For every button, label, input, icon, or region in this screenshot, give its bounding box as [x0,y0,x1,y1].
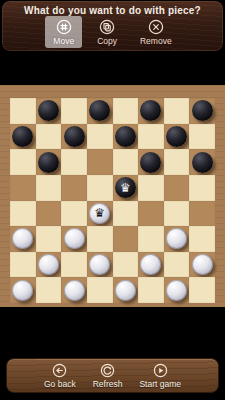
square-r5c7[interactable] [164,201,190,227]
square-r7c5[interactable] [113,252,139,278]
dialog-actions: Move Copy Remove [45,16,179,48]
square-r6c7[interactable] [164,226,190,252]
square-r1c7[interactable] [164,98,190,124]
square-r1c3[interactable] [61,98,87,124]
white-man[interactable] [64,280,85,301]
square-r6c6[interactable] [138,226,164,252]
white-man[interactable] [12,228,33,249]
square-r8c4[interactable] [87,277,113,303]
square-r5c3[interactable] [61,201,87,227]
white-man[interactable] [115,280,136,301]
go-back-label: Go back [44,379,76,389]
white-man[interactable] [192,254,213,275]
square-r7c1[interactable] [10,252,36,278]
square-r8c6[interactable] [138,277,164,303]
square-r4c8[interactable] [189,175,215,201]
remove-icon [148,19,164,35]
square-r4c5[interactable]: ♛ [113,175,139,201]
square-r2c4[interactable] [87,124,113,150]
black-man[interactable] [89,100,110,121]
bottom-toolbar: Go back Refresh Start game [6,358,219,393]
white-man[interactable] [64,228,85,249]
square-r5c6[interactable] [138,201,164,227]
square-r3c5[interactable] [113,149,139,175]
square-r3c1[interactable] [10,149,36,175]
square-r4c4[interactable] [87,175,113,201]
square-r1c2[interactable] [36,98,62,124]
square-r5c8[interactable] [189,201,215,227]
square-r8c3[interactable] [61,277,87,303]
play-icon [153,363,168,378]
king-crown-glyph: ♛ [94,207,105,219]
refresh-button[interactable]: Refresh [93,363,123,389]
square-r8c1[interactable] [10,277,36,303]
move-button[interactable]: Move [45,16,82,48]
square-r5c4[interactable]: ♛ [87,201,113,227]
copy-button[interactable]: Copy [89,16,125,48]
start-game-label: Start game [139,379,181,389]
square-r2c8[interactable] [189,124,215,150]
square-r7c6[interactable] [138,252,164,278]
white-man[interactable] [166,228,187,249]
square-r3c7[interactable] [164,149,190,175]
square-r6c2[interactable] [36,226,62,252]
square-r1c4[interactable] [87,98,113,124]
square-r2c2[interactable] [36,124,62,150]
black-man[interactable] [12,126,33,147]
back-arrow-icon [52,363,67,378]
square-r6c4[interactable] [87,226,113,252]
copy-button-label: Copy [97,36,117,46]
square-r4c3[interactable] [61,175,87,201]
square-r2c6[interactable] [138,124,164,150]
remove-button[interactable]: Remove [132,16,180,48]
black-man[interactable] [192,152,213,173]
board-frame: ♛♛ [0,85,225,307]
black-man[interactable] [38,100,59,121]
square-r8c7[interactable] [164,277,190,303]
refresh-label: Refresh [93,379,123,389]
white-man[interactable] [89,254,110,275]
white-man[interactable] [140,254,161,275]
square-r2c1[interactable] [10,124,36,150]
square-r8c5[interactable] [113,277,139,303]
white-man[interactable] [166,280,187,301]
square-r2c5[interactable] [113,124,139,150]
move-button-label: Move [53,36,74,46]
square-r7c7[interactable] [164,252,190,278]
square-r4c2[interactable] [36,175,62,201]
black-man[interactable] [140,152,161,173]
start-game-button[interactable]: Start game [139,363,181,389]
refresh-icon [100,363,115,378]
square-r5c2[interactable] [36,201,62,227]
square-r7c2[interactable] [36,252,62,278]
move-grid-icon [56,19,72,35]
go-back-button[interactable]: Go back [44,363,76,389]
black-man[interactable] [140,100,161,121]
copy-icon [99,19,115,35]
square-r3c2[interactable] [36,149,62,175]
piece-action-dialog: What do you want to do with piece? Move … [2,1,223,51]
square-r8c8[interactable] [189,277,215,303]
square-r1c1[interactable] [10,98,36,124]
square-r6c3[interactable] [61,226,87,252]
black-man[interactable] [115,126,136,147]
black-king[interactable]: ♛ [115,177,136,198]
black-man[interactable] [64,126,85,147]
black-man[interactable] [166,126,187,147]
black-man[interactable] [38,152,59,173]
square-r3c8[interactable] [189,149,215,175]
square-r6c1[interactable] [10,226,36,252]
square-r3c4[interactable] [87,149,113,175]
square-r4c1[interactable] [10,175,36,201]
remove-button-label: Remove [140,36,172,46]
square-r2c7[interactable] [164,124,190,150]
white-man[interactable] [38,254,59,275]
board: ♛♛ [10,98,215,303]
square-r4c6[interactable] [138,175,164,201]
square-r1c5[interactable] [113,98,139,124]
square-r7c4[interactable] [87,252,113,278]
square-r5c5[interactable] [113,201,139,227]
square-r6c5[interactable] [113,226,139,252]
square-r4c7[interactable] [164,175,190,201]
white-king[interactable]: ♛ [89,203,110,224]
square-r7c8[interactable] [189,252,215,278]
square-r5c1[interactable] [10,201,36,227]
square-r8c2[interactable] [36,277,62,303]
square-r1c8[interactable] [189,98,215,124]
white-man[interactable] [12,280,33,301]
square-r1c6[interactable] [138,98,164,124]
square-r6c8[interactable] [189,226,215,252]
king-crown-glyph: ♛ [120,182,131,194]
dialog-title: What do you want to do with piece? [24,5,201,16]
square-r7c3[interactable] [61,252,87,278]
black-man[interactable] [192,100,213,121]
square-r2c3[interactable] [61,124,87,150]
square-r3c6[interactable] [138,149,164,175]
square-r3c3[interactable] [61,149,87,175]
